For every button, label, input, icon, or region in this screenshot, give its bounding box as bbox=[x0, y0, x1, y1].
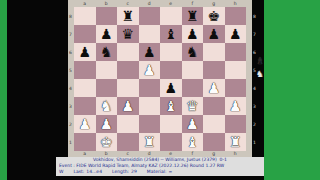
square-d2[interactable] bbox=[139, 115, 161, 133]
white-king-b1[interactable]: ♚ bbox=[100, 134, 113, 151]
square-d5[interactable]: ♟ bbox=[139, 61, 161, 79]
square-c3[interactable]: ♟ bbox=[117, 97, 139, 115]
black-bishop-e7[interactable]: ♝ bbox=[164, 26, 177, 43]
status-line: W Last: 14...e4 Length: 29 Material: = bbox=[59, 169, 261, 175]
square-h5[interactable] bbox=[225, 61, 247, 79]
square-d4[interactable] bbox=[139, 79, 161, 97]
black-king-g8[interactable]: ♚ bbox=[207, 8, 220, 25]
square-g5[interactable] bbox=[203, 61, 225, 79]
white-knight-b3[interactable]: ♞ bbox=[100, 98, 113, 115]
square-b8[interactable] bbox=[96, 7, 118, 25]
event-round: Round 1.27 bbox=[190, 163, 216, 168]
rank-label-1: 1 bbox=[252, 133, 257, 151]
square-h6[interactable] bbox=[225, 43, 247, 61]
black-pawn-a6[interactable]: ♟ bbox=[78, 44, 91, 61]
square-a3[interactable] bbox=[74, 97, 96, 115]
square-e2[interactable] bbox=[160, 115, 182, 133]
last-move-label: Last: bbox=[73, 169, 84, 175]
rank-label-3: 3 bbox=[252, 97, 257, 115]
material-value: = bbox=[169, 169, 173, 175]
white-bishop-f1[interactable]: ♝ bbox=[186, 134, 199, 151]
square-c1[interactable] bbox=[117, 133, 139, 151]
square-b2[interactable]: ♟ bbox=[96, 115, 118, 133]
square-d7[interactable] bbox=[139, 25, 161, 43]
square-e5[interactable] bbox=[160, 61, 182, 79]
game-info-caption: Vokhidov, Shamsiddin (2584) -- Williams,… bbox=[56, 157, 264, 176]
square-h8[interactable] bbox=[225, 7, 247, 25]
square-e6[interactable] bbox=[160, 43, 182, 61]
black-pawn-h7[interactable]: ♟ bbox=[229, 26, 242, 43]
rank-label-2: 2 bbox=[252, 115, 257, 133]
square-c2[interactable] bbox=[117, 115, 139, 133]
black-pawn-e4[interactable]: ♟ bbox=[164, 80, 177, 97]
square-e8[interactable] bbox=[160, 7, 182, 25]
square-h3[interactable]: ♟ bbox=[225, 97, 247, 115]
white-bishop-e3[interactable]: ♝ bbox=[164, 98, 177, 115]
square-f7[interactable]: ♟ bbox=[182, 25, 204, 43]
black-rook-f8[interactable]: ♜ bbox=[186, 8, 199, 25]
black-pawn-g7[interactable]: ♟ bbox=[207, 26, 220, 43]
length-value: 29 bbox=[131, 169, 137, 175]
square-d8[interactable] bbox=[139, 7, 161, 25]
white-pawn-a2[interactable]: ♟ bbox=[78, 116, 91, 133]
square-c8[interactable]: ♜ bbox=[117, 7, 139, 25]
right-green-panel bbox=[264, 0, 320, 180]
rank-label-7: 7 bbox=[252, 25, 257, 43]
square-d1[interactable]: ♜ bbox=[139, 133, 161, 151]
square-d3[interactable] bbox=[139, 97, 161, 115]
square-a1[interactable] bbox=[74, 133, 96, 151]
black-knight-b6[interactable]: ♞ bbox=[100, 44, 113, 61]
square-e3[interactable]: ♝ bbox=[160, 97, 182, 115]
square-f2[interactable]: ♟ bbox=[182, 115, 204, 133]
chess-board[interactable]: ♜♜♚♟♛♝♟♟♟♟♞♟♞♟♟♟♞♟♝♛♟♟♟♟♚♜♝♜ bbox=[74, 7, 246, 151]
rank-label-8: 8 bbox=[68, 7, 73, 25]
square-f4[interactable] bbox=[182, 79, 204, 97]
square-a7[interactable] bbox=[74, 25, 96, 43]
square-a8[interactable] bbox=[74, 7, 96, 25]
square-g3[interactable] bbox=[203, 97, 225, 115]
square-g8[interactable]: ♚ bbox=[203, 7, 225, 25]
black-player-name: Williams, Justus bbox=[165, 157, 200, 162]
square-g6[interactable] bbox=[203, 43, 225, 61]
square-f3[interactable]: ♛ bbox=[182, 97, 204, 115]
event-name: FIDE World Rapid Team, Almaty KAZ bbox=[76, 163, 157, 168]
white-pawn-g4[interactable]: ♟ bbox=[207, 80, 220, 97]
square-c6[interactable] bbox=[117, 43, 139, 61]
chess-board-widget: abcdefgh 87654321 ♜♜♚♟♛♝♟♟♟♟♞♟♞♟♟♟♞♟♝♛♟♟… bbox=[68, 0, 252, 157]
square-g1[interactable] bbox=[203, 133, 225, 151]
square-b3[interactable]: ♞ bbox=[96, 97, 118, 115]
square-g7[interactable]: ♟ bbox=[203, 25, 225, 43]
white-player-name: Vokhidov, Shamsiddin bbox=[93, 157, 143, 162]
square-f6[interactable]: ♞ bbox=[182, 43, 204, 61]
side-to-move: W bbox=[59, 169, 63, 175]
square-c4[interactable] bbox=[117, 79, 139, 97]
black-pawn-d6[interactable]: ♟ bbox=[143, 44, 156, 61]
rank-labels-left: 87654321 bbox=[68, 7, 73, 151]
square-b4[interactable] bbox=[96, 79, 118, 97]
material-label: Material: bbox=[147, 169, 167, 175]
white-pawn-d5[interactable]: ♟ bbox=[143, 62, 156, 79]
left-green-panel bbox=[0, 0, 7, 180]
rank-label-7: 7 bbox=[68, 25, 73, 43]
video-frame: abcdefgh 87654321 ♜♜♚♟♛♝♟♟♟♟♞♟♞♟♟♟♞♟♝♛♟♟… bbox=[0, 0, 320, 180]
white-player-rating: (2584) bbox=[144, 157, 159, 162]
square-f1[interactable]: ♝ bbox=[182, 133, 204, 151]
square-d6[interactable]: ♟ bbox=[139, 43, 161, 61]
rank-label-3: 3 bbox=[68, 97, 73, 115]
rank-label-2: 2 bbox=[68, 115, 73, 133]
square-e7[interactable]: ♝ bbox=[160, 25, 182, 43]
square-f5[interactable] bbox=[182, 61, 204, 79]
square-h7[interactable]: ♟ bbox=[225, 25, 247, 43]
length-label: Length: bbox=[112, 169, 129, 175]
square-a4[interactable] bbox=[74, 79, 96, 97]
black-rook-c8[interactable]: ♜ bbox=[121, 8, 134, 25]
square-e1[interactable] bbox=[160, 133, 182, 151]
white-rook-d1[interactable]: ♜ bbox=[143, 134, 156, 151]
captured-white-knight-icon: ♞ bbox=[255, 69, 265, 79]
event-date: (2022.12.26) bbox=[159, 163, 188, 168]
players-separator: -- bbox=[160, 157, 163, 162]
square-h2[interactable] bbox=[225, 115, 247, 133]
square-b1[interactable]: ♚ bbox=[96, 133, 118, 151]
rank-label-8: 8 bbox=[252, 7, 257, 25]
square-c5[interactable] bbox=[117, 61, 139, 79]
captured-black-bishop-icon: ♝ bbox=[255, 56, 265, 66]
white-pawn-c3[interactable]: ♟ bbox=[121, 98, 134, 115]
square-a2[interactable]: ♟ bbox=[74, 115, 96, 133]
white-pawn-h3[interactable]: ♟ bbox=[229, 98, 242, 115]
black-knight-f6[interactable]: ♞ bbox=[186, 44, 199, 61]
white-rook-h1[interactable]: ♜ bbox=[229, 134, 242, 151]
event-label: Event : bbox=[59, 163, 75, 168]
rank-label-5: 5 bbox=[68, 61, 73, 79]
rank-label-1: 1 bbox=[68, 133, 73, 151]
black-queen-c7[interactable]: ♛ bbox=[121, 26, 134, 43]
square-b7[interactable]: ♟ bbox=[96, 25, 118, 43]
rank-label-4: 4 bbox=[252, 79, 257, 97]
square-h4[interactable] bbox=[225, 79, 247, 97]
captured-material-tray: ♝♞ bbox=[255, 56, 265, 79]
white-queen-f3[interactable]: ♛ bbox=[186, 98, 199, 115]
event-flag: RW bbox=[217, 163, 224, 168]
last-move-value: 14...e4 bbox=[86, 169, 102, 175]
white-pawn-f2[interactable]: ♟ bbox=[186, 116, 199, 133]
rank-label-4: 4 bbox=[68, 79, 73, 97]
black-pawn-b7[interactable]: ♟ bbox=[100, 26, 113, 43]
square-b5[interactable] bbox=[96, 61, 118, 79]
rank-labels-right: 87654321 bbox=[252, 7, 257, 151]
square-g4[interactable]: ♟ bbox=[203, 79, 225, 97]
square-a5[interactable] bbox=[74, 61, 96, 79]
square-c7[interactable]: ♛ bbox=[117, 25, 139, 43]
square-f8[interactable]: ♜ bbox=[182, 7, 204, 25]
game-result: 0-1 bbox=[220, 157, 227, 162]
square-h1[interactable]: ♜ bbox=[225, 133, 247, 151]
square-a6[interactable]: ♟ bbox=[74, 43, 96, 61]
black-pawn-f7[interactable]: ♟ bbox=[186, 26, 199, 43]
rank-label-6: 6 bbox=[68, 43, 73, 61]
square-g2[interactable] bbox=[203, 115, 225, 133]
black-player-rating: (2379) bbox=[202, 157, 217, 162]
square-e4[interactable]: ♟ bbox=[160, 79, 182, 97]
white-pawn-b2[interactable]: ♟ bbox=[100, 116, 113, 133]
square-b6[interactable]: ♞ bbox=[96, 43, 118, 61]
